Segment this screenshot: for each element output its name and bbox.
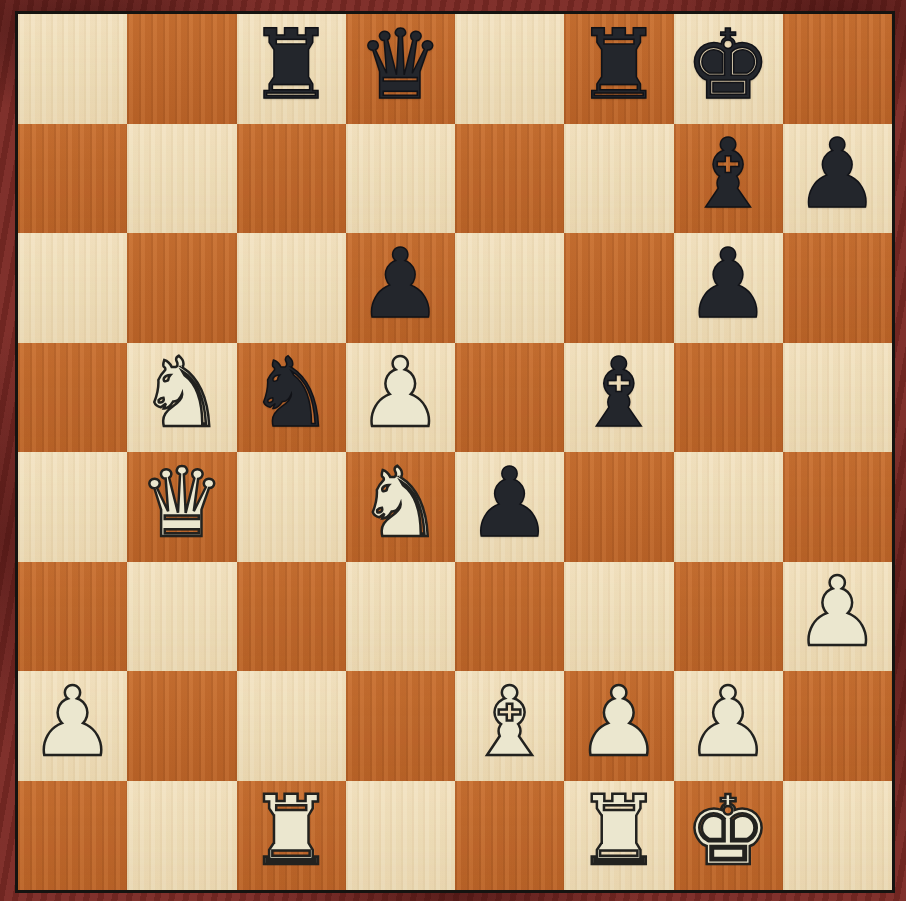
square-d7[interactable] (346, 124, 455, 234)
square-g7[interactable]: ♝ (674, 124, 783, 234)
square-g5[interactable] (674, 343, 783, 453)
square-b8[interactable] (127, 14, 236, 124)
square-h3[interactable]: ♟ (783, 562, 892, 672)
square-c8[interactable]: ♜ (237, 14, 346, 124)
piece-white-pawn[interactable]: ♟ (794, 564, 880, 660)
chess-board: ♜♛♜♚♝♟♟♟♞♞♟♝♛♞♟♟♟♝♟♟♜♜♚ (15, 11, 895, 893)
piece-black-queen[interactable]: ♛ (357, 17, 443, 113)
square-e5[interactable] (455, 343, 564, 453)
square-d1[interactable] (346, 781, 455, 891)
square-h6[interactable] (783, 233, 892, 343)
square-f2[interactable]: ♟ (564, 671, 673, 781)
square-b3[interactable] (127, 562, 236, 672)
square-e8[interactable] (455, 14, 564, 124)
piece-white-knight[interactable]: ♞ (357, 455, 443, 551)
square-g4[interactable] (674, 452, 783, 562)
square-h7[interactable]: ♟ (783, 124, 892, 234)
square-d5[interactable]: ♟ (346, 343, 455, 453)
square-g1[interactable]: ♚ (674, 781, 783, 891)
square-c3[interactable] (237, 562, 346, 672)
square-a7[interactable] (18, 124, 127, 234)
piece-black-bishop[interactable]: ♝ (576, 345, 662, 441)
square-d8[interactable]: ♛ (346, 14, 455, 124)
piece-black-pawn[interactable]: ♟ (794, 126, 880, 222)
square-f7[interactable] (564, 124, 673, 234)
square-c7[interactable] (237, 124, 346, 234)
piece-white-bishop[interactable]: ♝ (467, 674, 553, 770)
piece-black-bishop[interactable]: ♝ (685, 126, 771, 222)
piece-white-pawn[interactable]: ♟ (576, 674, 662, 770)
piece-white-pawn[interactable]: ♟ (30, 674, 116, 770)
square-d4[interactable]: ♞ (346, 452, 455, 562)
square-e4[interactable]: ♟ (455, 452, 564, 562)
square-h2[interactable] (783, 671, 892, 781)
square-e3[interactable] (455, 562, 564, 672)
square-d2[interactable] (346, 671, 455, 781)
square-d3[interactable] (346, 562, 455, 672)
square-c1[interactable]: ♜ (237, 781, 346, 891)
square-f6[interactable] (564, 233, 673, 343)
square-f5[interactable]: ♝ (564, 343, 673, 453)
piece-black-king[interactable]: ♚ (685, 17, 771, 113)
square-f3[interactable] (564, 562, 673, 672)
square-f4[interactable] (564, 452, 673, 562)
square-b4[interactable]: ♛ (127, 452, 236, 562)
board-frame: ♜♛♜♚♝♟♟♟♞♞♟♝♛♞♟♟♟♝♟♟♜♜♚ (0, 0, 906, 901)
piece-white-king[interactable]: ♚ (685, 783, 771, 879)
square-b5[interactable]: ♞ (127, 343, 236, 453)
piece-black-rook[interactable]: ♜ (248, 17, 334, 113)
piece-black-pawn[interactable]: ♟ (357, 236, 443, 332)
square-e1[interactable] (455, 781, 564, 891)
square-c2[interactable] (237, 671, 346, 781)
square-c5[interactable]: ♞ (237, 343, 346, 453)
square-g2[interactable]: ♟ (674, 671, 783, 781)
square-a1[interactable] (18, 781, 127, 891)
piece-black-knight[interactable]: ♞ (248, 345, 334, 441)
square-e6[interactable] (455, 233, 564, 343)
square-b7[interactable] (127, 124, 236, 234)
piece-black-pawn[interactable]: ♟ (685, 236, 771, 332)
square-h4[interactable] (783, 452, 892, 562)
square-h8[interactable] (783, 14, 892, 124)
square-f1[interactable]: ♜ (564, 781, 673, 891)
piece-white-pawn[interactable]: ♟ (357, 345, 443, 441)
piece-black-rook[interactable]: ♜ (576, 17, 662, 113)
square-a4[interactable] (18, 452, 127, 562)
piece-white-pawn[interactable]: ♟ (685, 674, 771, 770)
piece-white-queen[interactable]: ♛ (139, 455, 225, 551)
square-b2[interactable] (127, 671, 236, 781)
piece-white-rook[interactable]: ♜ (248, 783, 334, 879)
square-g3[interactable] (674, 562, 783, 672)
square-g8[interactable]: ♚ (674, 14, 783, 124)
square-d6[interactable]: ♟ (346, 233, 455, 343)
square-a2[interactable]: ♟ (18, 671, 127, 781)
square-f8[interactable]: ♜ (564, 14, 673, 124)
square-a8[interactable] (18, 14, 127, 124)
square-b1[interactable] (127, 781, 236, 891)
square-c6[interactable] (237, 233, 346, 343)
square-g6[interactable]: ♟ (674, 233, 783, 343)
square-a3[interactable] (18, 562, 127, 672)
square-a6[interactable] (18, 233, 127, 343)
square-h5[interactable] (783, 343, 892, 453)
piece-white-rook[interactable]: ♜ (576, 783, 662, 879)
square-b6[interactable] (127, 233, 236, 343)
square-e7[interactable] (455, 124, 564, 234)
square-c4[interactable] (237, 452, 346, 562)
piece-black-pawn[interactable]: ♟ (467, 455, 553, 551)
square-h1[interactable] (783, 781, 892, 891)
square-e2[interactable]: ♝ (455, 671, 564, 781)
piece-white-knight[interactable]: ♞ (139, 345, 225, 441)
square-a5[interactable] (18, 343, 127, 453)
